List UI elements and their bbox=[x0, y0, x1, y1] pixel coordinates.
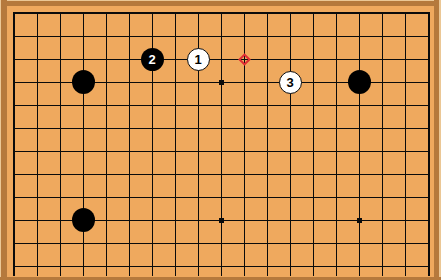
black-stone bbox=[72, 70, 95, 94]
black-stone bbox=[348, 70, 371, 94]
black-stone-cell bbox=[348, 71, 371, 94]
star-point bbox=[357, 218, 362, 223]
go-board: 213 bbox=[3, 2, 440, 278]
black-stone-cell: 2 bbox=[141, 48, 164, 71]
star-point bbox=[219, 80, 224, 85]
black-stone-cell bbox=[72, 71, 95, 94]
black-stone-cell bbox=[72, 209, 95, 232]
white-stone-cell: 1 bbox=[187, 48, 210, 71]
go-board-diagram: 213 bbox=[0, 0, 441, 280]
black-stone bbox=[72, 208, 95, 232]
marker-cell bbox=[233, 48, 256, 71]
star-point-cell bbox=[210, 71, 233, 94]
star-point-cell bbox=[348, 209, 371, 232]
star-point bbox=[219, 218, 224, 223]
star-point-cell bbox=[210, 209, 233, 232]
red-diamond-marker bbox=[238, 53, 251, 66]
white-stone-move-3: 3 bbox=[279, 71, 302, 94]
black-stone-move-2: 2 bbox=[141, 48, 164, 71]
white-stone-move-1: 1 bbox=[187, 48, 210, 71]
white-stone-cell: 3 bbox=[279, 71, 302, 94]
